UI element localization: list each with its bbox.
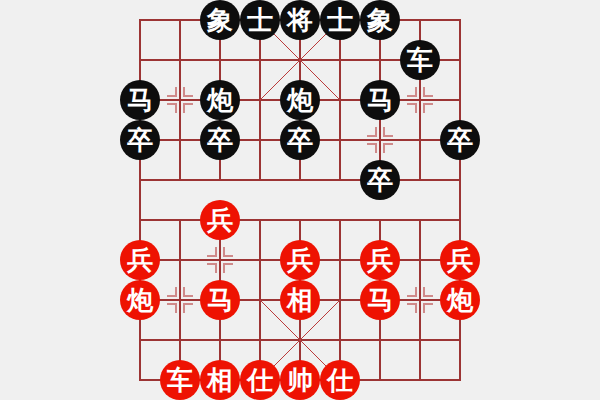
piece-black-soldier[interactable]: 卒: [120, 120, 160, 160]
piece-red-elephant[interactable]: 相: [200, 360, 240, 400]
piece-black-cannon[interactable]: 炮: [280, 80, 320, 120]
piece-black-soldier[interactable]: 卒: [440, 120, 480, 160]
piece-red-soldier[interactable]: 兵: [280, 240, 320, 280]
piece-red-soldier[interactable]: 兵: [440, 240, 480, 280]
piece-black-chariot[interactable]: 车: [400, 40, 440, 80]
piece-black-soldier[interactable]: 卒: [280, 120, 320, 160]
piece-red-advisor[interactable]: 仕: [240, 360, 280, 400]
piece-red-elephant[interactable]: 相: [280, 280, 320, 320]
piece-red-soldier[interactable]: 兵: [200, 200, 240, 240]
piece-black-general[interactable]: 将: [280, 0, 320, 40]
piece-black-elephant[interactable]: 象: [200, 0, 240, 40]
piece-red-advisor[interactable]: 仕: [320, 360, 360, 400]
piece-red-general[interactable]: 帅: [280, 360, 320, 400]
piece-black-elephant[interactable]: 象: [360, 0, 400, 40]
piece-black-soldier[interactable]: 卒: [360, 160, 400, 200]
piece-red-cannon[interactable]: 炮: [440, 280, 480, 320]
piece-red-horse[interactable]: 马: [360, 280, 400, 320]
piece-black-cannon[interactable]: 炮: [200, 80, 240, 120]
piece-red-soldier[interactable]: 兵: [120, 240, 160, 280]
piece-red-horse[interactable]: 马: [200, 280, 240, 320]
xiangqi-diagram: 象士将士象车马炮炮马卒卒卒卒卒兵兵兵兵兵炮马相马炮车相仕帅仕: [0, 0, 600, 400]
piece-red-soldier[interactable]: 兵: [360, 240, 400, 280]
piece-black-horse[interactable]: 马: [360, 80, 400, 120]
piece-grid: 象士将士象车马炮炮马卒卒卒卒卒兵兵兵兵兵炮马相马炮车相仕帅仕: [120, 0, 480, 400]
piece-black-advisor[interactable]: 士: [320, 0, 360, 40]
piece-red-chariot[interactable]: 车: [160, 360, 200, 400]
piece-black-advisor[interactable]: 士: [240, 0, 280, 40]
piece-red-cannon[interactable]: 炮: [120, 280, 160, 320]
piece-black-horse[interactable]: 马: [120, 80, 160, 120]
piece-black-soldier[interactable]: 卒: [200, 120, 240, 160]
